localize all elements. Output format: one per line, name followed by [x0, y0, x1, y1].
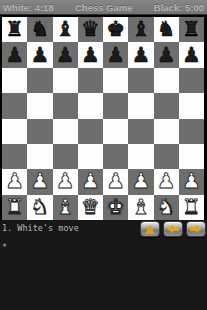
- square-d8[interactable]: ♛: [78, 17, 103, 42]
- square-e5[interactable]: [103, 93, 128, 118]
- square-e7[interactable]: ♟: [103, 42, 128, 67]
- square-a1[interactable]: ♜: [2, 195, 27, 220]
- black-king: ♚: [103, 17, 128, 42]
- square-d1[interactable]: ♛: [78, 195, 103, 220]
- square-f4[interactable]: [128, 119, 153, 144]
- black-pawn: ♟: [78, 42, 103, 67]
- square-h8[interactable]: ♜: [179, 17, 204, 42]
- white-pawn: ♟: [2, 169, 27, 194]
- black-pawn: ♟: [53, 42, 78, 67]
- square-c2[interactable]: ♟: [53, 169, 78, 194]
- square-e6[interactable]: [103, 68, 128, 93]
- square-a2[interactable]: ♟: [2, 169, 27, 194]
- white-pawn: ♟: [154, 169, 179, 194]
- square-d2[interactable]: ♟: [78, 169, 103, 194]
- up-triangle-icon: [145, 225, 155, 234]
- square-b1[interactable]: ♞: [27, 195, 52, 220]
- square-f5[interactable]: [128, 93, 153, 118]
- square-g2[interactable]: ♟: [154, 169, 179, 194]
- previous-move-button[interactable]: [163, 221, 183, 237]
- black-rook: ♜: [179, 17, 204, 42]
- white-pawn: ♟: [179, 169, 204, 194]
- square-b6[interactable]: [27, 68, 52, 93]
- square-d7[interactable]: ♟: [78, 42, 103, 67]
- square-b8[interactable]: ♞: [27, 17, 52, 42]
- square-g5[interactable]: [154, 93, 179, 118]
- black-rook: ♜: [2, 17, 27, 42]
- square-f2[interactable]: ♟: [128, 169, 153, 194]
- chess-app-window: White: 4:18 Chess Game Black: 5:00 ♜♞♝♛♚…: [0, 0, 207, 310]
- square-c7[interactable]: ♟: [53, 42, 78, 67]
- square-g7[interactable]: ♟: [154, 42, 179, 67]
- square-g4[interactable]: [154, 119, 179, 144]
- square-e4[interactable]: [103, 119, 128, 144]
- square-c5[interactable]: [53, 93, 78, 118]
- square-c4[interactable]: [53, 119, 78, 144]
- white-pawn: ♟: [128, 169, 153, 194]
- right-arrow-icon: [190, 225, 202, 233]
- white-bishop: ♝: [53, 195, 78, 220]
- chess-board: ♜♞♝♛♚♝♞♜♟♟♟♟♟♟♟♟♟♟♟♟♟♟♟♟♜♞♝♛♚♝♞♜: [2, 17, 204, 220]
- black-bishop: ♝: [128, 17, 153, 42]
- square-g1[interactable]: ♞: [154, 195, 179, 220]
- black-bishop: ♝: [53, 17, 78, 42]
- white-queen: ♛: [78, 195, 103, 220]
- black-pawn: ♟: [128, 42, 153, 67]
- black-pawn: ♟: [179, 42, 204, 67]
- square-a8[interactable]: ♜: [2, 17, 27, 42]
- square-e3[interactable]: [103, 144, 128, 169]
- square-h1[interactable]: ♜: [179, 195, 204, 220]
- square-c8[interactable]: ♝: [53, 17, 78, 42]
- square-a7[interactable]: ♟: [2, 42, 27, 67]
- square-f7[interactable]: ♟: [128, 42, 153, 67]
- status-bar: White: 4:18 Chess Game Black: 5:00: [0, 0, 207, 15]
- square-g8[interactable]: ♞: [154, 17, 179, 42]
- square-a6[interactable]: [2, 68, 27, 93]
- app-title: Chess Game: [75, 2, 133, 13]
- black-knight: ♞: [27, 17, 52, 42]
- white-bishop: ♝: [128, 195, 153, 220]
- black-queen: ♛: [78, 17, 103, 42]
- square-h7[interactable]: ♟: [179, 42, 204, 67]
- square-c1[interactable]: ♝: [53, 195, 78, 220]
- white-knight: ♞: [27, 195, 52, 220]
- game-result-text: *: [2, 242, 205, 252]
- square-d6[interactable]: [78, 68, 103, 93]
- white-knight: ♞: [154, 195, 179, 220]
- square-h2[interactable]: ♟: [179, 169, 204, 194]
- square-f8[interactable]: ♝: [128, 17, 153, 42]
- black-pawn: ♟: [27, 42, 52, 67]
- square-h5[interactable]: [179, 93, 204, 118]
- square-b5[interactable]: [27, 93, 52, 118]
- square-f1[interactable]: ♝: [128, 195, 153, 220]
- square-c3[interactable]: [53, 144, 78, 169]
- square-e1[interactable]: ♚: [103, 195, 128, 220]
- black-pawn: ♟: [2, 42, 27, 67]
- black-pawn: ♟: [154, 42, 179, 67]
- black-clock: Black: 5:00: [154, 2, 204, 13]
- square-a5[interactable]: [2, 93, 27, 118]
- white-rook: ♜: [2, 195, 27, 220]
- square-e8[interactable]: ♚: [103, 17, 128, 42]
- square-b2[interactable]: ♟: [27, 169, 52, 194]
- move-list-panel: 1. White's move *: [0, 220, 207, 310]
- black-pawn: ♟: [103, 42, 128, 67]
- square-h6[interactable]: [179, 68, 204, 93]
- white-pawn: ♟: [53, 169, 78, 194]
- square-g3[interactable]: [154, 144, 179, 169]
- square-d5[interactable]: [78, 93, 103, 118]
- square-b7[interactable]: ♟: [27, 42, 52, 67]
- square-h4[interactable]: [179, 119, 204, 144]
- white-clock: White: 4:18: [3, 2, 54, 13]
- square-b4[interactable]: [27, 119, 52, 144]
- board-area: ♜♞♝♛♚♝♞♜♟♟♟♟♟♟♟♟♟♟♟♟♟♟♟♟♜♞♝♛♚♝♞♜: [0, 15, 207, 220]
- square-c6[interactable]: [53, 68, 78, 93]
- navigation-buttons: [140, 221, 206, 237]
- white-pawn: ♟: [103, 169, 128, 194]
- white-rook: ♜: [179, 195, 204, 220]
- white-pawn: ♟: [27, 169, 52, 194]
- square-d4[interactable]: [78, 119, 103, 144]
- white-king: ♚: [103, 195, 128, 220]
- up-button[interactable]: [140, 221, 160, 237]
- square-e2[interactable]: ♟: [103, 169, 128, 194]
- white-pawn: ♟: [78, 169, 103, 194]
- next-move-button[interactable]: [186, 221, 206, 237]
- square-g6[interactable]: [154, 68, 179, 93]
- square-a3[interactable]: [2, 144, 27, 169]
- black-knight: ♞: [154, 17, 179, 42]
- left-arrow-icon: [167, 225, 179, 233]
- square-b3[interactable]: [27, 144, 52, 169]
- square-f6[interactable]: [128, 68, 153, 93]
- square-f3[interactable]: [128, 144, 153, 169]
- square-d3[interactable]: [78, 144, 103, 169]
- square-h3[interactable]: [179, 144, 204, 169]
- square-a4[interactable]: [2, 119, 27, 144]
